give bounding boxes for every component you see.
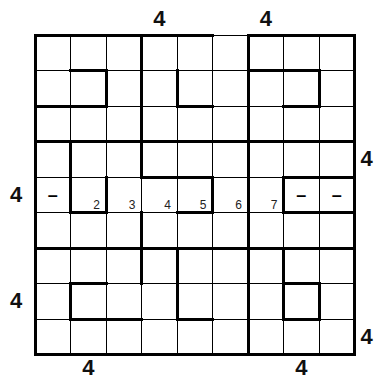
cell-r4c9[interactable] bbox=[319, 142, 355, 178]
cell-r3c5[interactable] bbox=[177, 106, 213, 142]
cell-r4c1[interactable] bbox=[35, 142, 71, 178]
cell-r6c6[interactable] bbox=[213, 213, 249, 249]
cell-r3c7[interactable] bbox=[248, 106, 284, 142]
cell-r2c6[interactable] bbox=[213, 71, 249, 107]
corner-digit: 5 bbox=[200, 199, 207, 211]
cell-r1c3[interactable] bbox=[106, 35, 142, 71]
cell-r2c1[interactable] bbox=[35, 71, 71, 107]
dash-mark: – bbox=[319, 177, 355, 213]
cell-r1c5[interactable] bbox=[177, 35, 213, 71]
cell-r1c6[interactable] bbox=[213, 35, 249, 71]
cell-r9c3[interactable] bbox=[106, 319, 142, 355]
outside-clue-right-9: 4 bbox=[360, 324, 372, 350]
corner-digit: 2 bbox=[93, 199, 100, 211]
outside-clue-top-7: 4 bbox=[260, 6, 272, 32]
corner-digit: 6 bbox=[235, 199, 242, 211]
cell-r3c4[interactable] bbox=[142, 106, 178, 142]
cell-r7c3[interactable] bbox=[106, 248, 142, 284]
outside-clue-right-4: 4 bbox=[360, 146, 372, 172]
cell-r2c3[interactable] bbox=[106, 71, 142, 107]
cell-r6c2[interactable] bbox=[71, 213, 107, 249]
cell-r9c2[interactable] bbox=[71, 319, 107, 355]
cell-r3c8[interactable] bbox=[284, 106, 320, 142]
cell-r6c3[interactable] bbox=[106, 213, 142, 249]
corner-digit: 3 bbox=[129, 199, 136, 211]
cell-r2c2[interactable] bbox=[71, 71, 107, 107]
cell-r8c8[interactable] bbox=[284, 284, 320, 320]
cell-r5c1[interactable]: – bbox=[35, 177, 71, 213]
cell-r6c9[interactable] bbox=[319, 213, 355, 249]
cell-r8c5[interactable] bbox=[177, 284, 213, 320]
cell-r8c1[interactable] bbox=[35, 284, 71, 320]
cell-r5c9[interactable]: – bbox=[319, 177, 355, 213]
cell-r3c3[interactable] bbox=[106, 106, 142, 142]
corner-digit: 7 bbox=[271, 199, 278, 211]
cell-r7c9[interactable] bbox=[319, 248, 355, 284]
cell-r3c9[interactable] bbox=[319, 106, 355, 142]
outside-clue-bottom-2: 4 bbox=[82, 355, 94, 381]
cell-r9c4[interactable] bbox=[142, 319, 178, 355]
cell-r3c6[interactable] bbox=[213, 106, 249, 142]
cell-r2c8[interactable] bbox=[284, 71, 320, 107]
cell-r7c5[interactable] bbox=[177, 248, 213, 284]
cell-r7c6[interactable] bbox=[213, 248, 249, 284]
cell-r3c2[interactable] bbox=[71, 106, 107, 142]
cell-r4c4[interactable] bbox=[142, 142, 178, 178]
cell-r4c3[interactable] bbox=[106, 142, 142, 178]
cell-r7c1[interactable] bbox=[35, 248, 71, 284]
cell-r8c6[interactable] bbox=[213, 284, 249, 320]
cell-r2c5[interactable] bbox=[177, 71, 213, 107]
cell-r9c9[interactable] bbox=[319, 319, 355, 355]
cell-r6c7[interactable] bbox=[248, 213, 284, 249]
cell-r9c1[interactable] bbox=[35, 319, 71, 355]
cell-r8c7[interactable] bbox=[248, 284, 284, 320]
puzzle-diagram: –234567––44444444 bbox=[0, 0, 386, 386]
corner-digit: 4 bbox=[164, 199, 171, 211]
cell-r4c8[interactable] bbox=[284, 142, 320, 178]
cell-r1c9[interactable] bbox=[319, 35, 355, 71]
cell-r8c9[interactable] bbox=[319, 284, 355, 320]
cell-r6c4[interactable] bbox=[142, 213, 178, 249]
cell-r8c3[interactable] bbox=[106, 284, 142, 320]
cell-r7c8[interactable] bbox=[284, 248, 320, 284]
cell-r9c8[interactable] bbox=[284, 319, 320, 355]
cell-r6c1[interactable] bbox=[35, 213, 71, 249]
cell-r4c6[interactable] bbox=[213, 142, 249, 178]
cell-r1c1[interactable] bbox=[35, 35, 71, 71]
cell-r8c4[interactable] bbox=[142, 284, 178, 320]
cell-r5c2[interactable]: 2 bbox=[71, 177, 107, 213]
cell-r5c3[interactable]: 3 bbox=[106, 177, 142, 213]
cell-r7c7[interactable] bbox=[248, 248, 284, 284]
cell-r7c2[interactable] bbox=[71, 248, 107, 284]
cell-r1c7[interactable] bbox=[248, 35, 284, 71]
cell-r2c4[interactable] bbox=[142, 71, 178, 107]
cell-r5c8[interactable]: – bbox=[284, 177, 320, 213]
cell-r4c2[interactable] bbox=[71, 142, 107, 178]
cell-r5c5[interactable]: 5 bbox=[177, 177, 213, 213]
cell-r1c8[interactable] bbox=[284, 35, 320, 71]
cell-r1c4[interactable] bbox=[142, 35, 178, 71]
cell-r9c6[interactable] bbox=[213, 319, 249, 355]
cell-r8c2[interactable] bbox=[71, 284, 107, 320]
cell-r7c4[interactable] bbox=[142, 248, 178, 284]
cell-r4c7[interactable] bbox=[248, 142, 284, 178]
cell-r9c7[interactable] bbox=[248, 319, 284, 355]
cell-r3c1[interactable] bbox=[35, 106, 71, 142]
cell-r1c2[interactable] bbox=[71, 35, 107, 71]
outside-clue-left-5: 4 bbox=[10, 182, 22, 208]
cell-r9c5[interactable] bbox=[177, 319, 213, 355]
cell-r2c9[interactable] bbox=[319, 71, 355, 107]
cell-r4c5[interactable] bbox=[177, 142, 213, 178]
outside-clue-bottom-8: 4 bbox=[295, 355, 307, 381]
outside-clue-top-4: 4 bbox=[153, 6, 165, 32]
cell-r5c7[interactable]: 7 bbox=[248, 177, 284, 213]
cell-r6c8[interactable] bbox=[284, 213, 320, 249]
outside-clue-left-8: 4 bbox=[10, 288, 22, 314]
dash-mark: – bbox=[284, 177, 320, 213]
cell-r5c6[interactable]: 6 bbox=[213, 177, 249, 213]
cell-r5c4[interactable]: 4 bbox=[142, 177, 178, 213]
dash-mark: – bbox=[35, 177, 71, 213]
cell-r2c7[interactable] bbox=[248, 71, 284, 107]
cell-r6c5[interactable] bbox=[177, 213, 213, 249]
